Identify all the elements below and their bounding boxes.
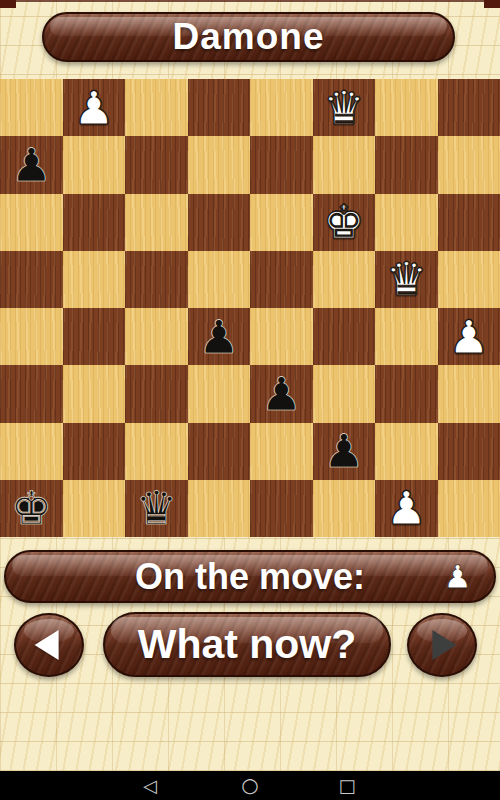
white-pawn-piece: ♟ — [386, 485, 427, 531]
square-r3c6[interactable]: ♛ — [375, 251, 438, 308]
square-r5c2[interactable] — [125, 365, 188, 422]
square-r1c2[interactable] — [125, 136, 188, 193]
square-r6c5[interactable]: ♟ — [313, 423, 376, 480]
square-r0c7[interactable] — [438, 79, 500, 136]
square-r4c6[interactable] — [375, 308, 438, 365]
square-r3c0[interactable] — [0, 251, 63, 308]
square-r0c4[interactable] — [250, 79, 313, 136]
white-king-piece: ♚ — [323, 199, 364, 245]
side-to-move-banner: On the move: ♟ — [4, 550, 496, 603]
square-r2c4[interactable] — [250, 194, 313, 251]
nav-back-icon[interactable]: ◁ — [130, 771, 170, 800]
square-r1c3[interactable] — [188, 136, 251, 193]
square-r3c1[interactable] — [63, 251, 126, 308]
square-r0c0[interactable] — [0, 79, 63, 136]
square-r4c1[interactable] — [63, 308, 126, 365]
square-r7c1[interactable] — [63, 480, 126, 537]
black-pawn-piece: ♟ — [198, 314, 239, 360]
square-r3c2[interactable] — [125, 251, 188, 308]
square-r2c2[interactable] — [125, 194, 188, 251]
square-r5c7[interactable] — [438, 365, 500, 422]
square-r3c3[interactable] — [188, 251, 251, 308]
square-r1c1[interactable] — [63, 136, 126, 193]
square-r2c6[interactable] — [375, 194, 438, 251]
nav-home-icon[interactable]: ○ — [230, 771, 270, 800]
side-to-move-label: On the move: — [6, 552, 494, 601]
next-move-button[interactable] — [407, 613, 477, 677]
square-r6c1[interactable] — [63, 423, 126, 480]
square-r1c4[interactable] — [250, 136, 313, 193]
square-r7c7[interactable] — [438, 480, 500, 537]
back-arrow-icon — [35, 630, 59, 660]
black-king-piece: ♚ — [11, 485, 52, 531]
square-r5c1[interactable] — [63, 365, 126, 422]
square-r1c6[interactable] — [375, 136, 438, 193]
square-r6c7[interactable] — [438, 423, 500, 480]
forward-arrow-icon — [432, 630, 456, 660]
square-r4c3[interactable]: ♟ — [188, 308, 251, 365]
square-r1c5[interactable] — [313, 136, 376, 193]
square-r7c4[interactable] — [250, 480, 313, 537]
square-r1c7[interactable] — [438, 136, 500, 193]
square-r7c2[interactable]: ♛ — [125, 480, 188, 537]
black-pawn-piece: ♟ — [323, 428, 364, 474]
square-r1c0[interactable]: ♟ — [0, 136, 63, 193]
square-r7c0[interactable]: ♚ — [0, 480, 63, 537]
black-pawn-piece: ♟ — [11, 142, 52, 188]
square-r0c6[interactable] — [375, 79, 438, 136]
square-r2c3[interactable] — [188, 194, 251, 251]
square-r2c7[interactable] — [438, 194, 500, 251]
square-r7c3[interactable] — [188, 480, 251, 537]
previous-move-button[interactable] — [14, 613, 84, 677]
chess-board[interactable]: ♟♛♟♚♛♟♟♟♟♚♛♟ — [0, 79, 500, 537]
app-title: Damone — [44, 14, 453, 60]
white-pawn-piece: ♟ — [73, 85, 114, 131]
what-now-button[interactable]: What now? — [103, 612, 391, 677]
square-r4c5[interactable] — [313, 308, 376, 365]
square-r3c5[interactable] — [313, 251, 376, 308]
square-r2c0[interactable] — [0, 194, 63, 251]
square-r7c6[interactable]: ♟ — [375, 480, 438, 537]
app-screen: Damone ♟♛♟♚♛♟♟♟♟♚♛♟ On the move: ♟ What … — [0, 0, 500, 800]
square-r6c0[interactable] — [0, 423, 63, 480]
square-r4c7[interactable]: ♟ — [438, 308, 500, 365]
square-r5c4[interactable]: ♟ — [250, 365, 313, 422]
top-right-corner-decoration — [484, 0, 500, 8]
white-queen-piece: ♛ — [323, 85, 364, 131]
square-r3c7[interactable] — [438, 251, 500, 308]
square-r6c6[interactable] — [375, 423, 438, 480]
white-pawn-piece: ♟ — [448, 314, 489, 360]
what-now-label: What now? — [105, 614, 389, 675]
square-r6c3[interactable] — [188, 423, 251, 480]
square-r2c5[interactable]: ♚ — [313, 194, 376, 251]
black-queen-piece: ♛ — [136, 485, 177, 531]
square-r0c5[interactable]: ♛ — [313, 79, 376, 136]
square-r5c6[interactable] — [375, 365, 438, 422]
square-r4c0[interactable] — [0, 308, 63, 365]
square-r2c1[interactable] — [63, 194, 126, 251]
square-r6c4[interactable] — [250, 423, 313, 480]
top-left-corner-decoration — [0, 0, 16, 8]
square-r5c0[interactable] — [0, 365, 63, 422]
nav-recents-icon[interactable]: □ — [327, 771, 367, 800]
square-r0c3[interactable] — [188, 79, 251, 136]
black-pawn-piece: ♟ — [261, 371, 302, 417]
title-banner: Damone — [42, 12, 455, 62]
square-r5c5[interactable] — [313, 365, 376, 422]
android-navigation-bar: ◁ ○ □ — [0, 771, 500, 800]
white-queen-piece: ♛ — [386, 256, 427, 302]
square-r3c4[interactable] — [250, 251, 313, 308]
square-r7c5[interactable] — [313, 480, 376, 537]
square-r0c2[interactable] — [125, 79, 188, 136]
top-edge-decoration — [0, 0, 500, 2]
square-r4c4[interactable] — [250, 308, 313, 365]
square-r6c2[interactable] — [125, 423, 188, 480]
square-r0c1[interactable]: ♟ — [63, 79, 126, 136]
square-r4c2[interactable] — [125, 308, 188, 365]
white-pawn-icon: ♟ — [443, 561, 472, 593]
square-r5c3[interactable] — [188, 365, 251, 422]
